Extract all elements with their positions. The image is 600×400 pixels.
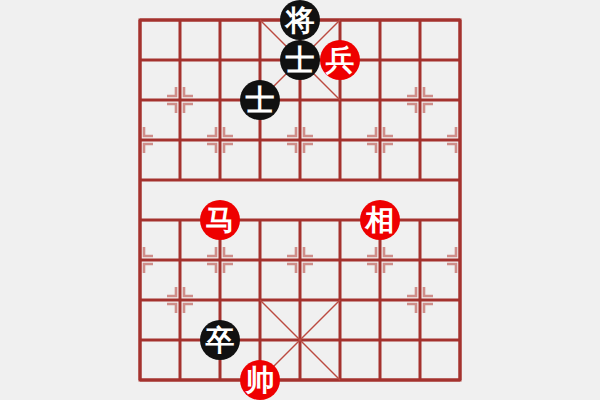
- piece-red-elephant[interactable]: 相: [360, 200, 400, 240]
- pieces-layer: 将士兵士马相卒帅: [120, 0, 480, 400]
- xiangqi-app-screen: 将士兵士马相卒帅: [0, 0, 600, 400]
- piece-red-soldier[interactable]: 兵: [320, 40, 360, 80]
- piece-red-general[interactable]: 帅: [240, 360, 280, 400]
- piece-red-horse[interactable]: 马: [200, 200, 240, 240]
- piece-black-general[interactable]: 将: [280, 0, 320, 40]
- piece-black-soldier[interactable]: 卒: [200, 320, 240, 360]
- piece-black-advisor-2[interactable]: 士: [240, 80, 280, 120]
- piece-black-advisor-1[interactable]: 士: [280, 40, 320, 80]
